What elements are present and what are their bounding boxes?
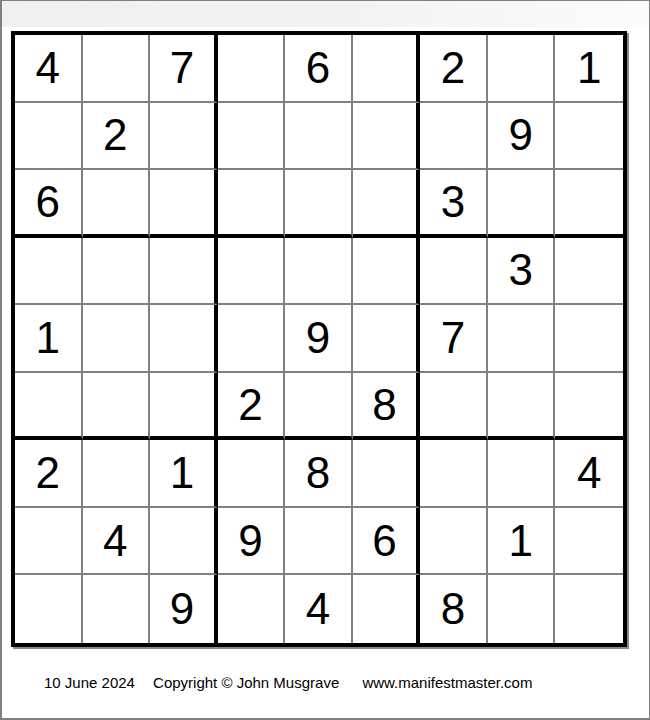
footer-date: 10 June 2024 [44,674,135,691]
cell-r8c3 [150,508,218,576]
cell-r7c1: 2 [15,440,83,508]
cell-r4c5 [285,238,353,306]
cell-r7c8 [488,440,556,508]
cell-r3c3 [150,170,218,238]
cell-r2c7 [420,103,488,171]
cell-r1c1: 4 [15,35,83,103]
cell-r2c6 [353,103,421,171]
cell-r3c7: 3 [420,170,488,238]
cell-r9c7: 8 [420,575,488,643]
cell-r6c2 [83,373,151,441]
cell-r5c4 [218,305,286,373]
cell-r3c4 [218,170,286,238]
cell-r5c2 [83,305,151,373]
cell-r5c5: 9 [285,305,353,373]
sudoku-board: 47621296331972821844961948 [11,31,627,647]
cell-r8c9 [555,508,623,576]
cell-r1c9: 1 [555,35,623,103]
cell-r6c4: 2 [218,373,286,441]
cell-r7c2 [83,440,151,508]
cell-r4c2 [83,238,151,306]
cell-r7c5: 8 [285,440,353,508]
cell-r4c9 [555,238,623,306]
cell-r5c8 [488,305,556,373]
puzzle-page: 47621296331972821844961948 10 June 2024 … [0,0,650,720]
cell-r9c1 [15,575,83,643]
cell-r2c3 [150,103,218,171]
cell-r4c7 [420,238,488,306]
cell-r7c9: 4 [555,440,623,508]
cell-r3c2 [83,170,151,238]
cell-r8c4: 9 [218,508,286,576]
cell-r9c4 [218,575,286,643]
cell-r5c7: 7 [420,305,488,373]
cell-r4c4 [218,238,286,306]
cell-r3c6 [353,170,421,238]
cell-r8c7 [420,508,488,576]
cell-r6c5 [285,373,353,441]
cell-r1c2 [83,35,151,103]
cell-r3c9 [555,170,623,238]
cell-r9c8 [488,575,556,643]
cell-r9c5: 4 [285,575,353,643]
cell-r8c1 [15,508,83,576]
cell-r4c8: 3 [488,238,556,306]
cell-r6c1 [15,373,83,441]
cell-r1c6 [353,35,421,103]
cell-r8c2: 4 [83,508,151,576]
cell-r2c8: 9 [488,103,556,171]
cell-r9c6 [353,575,421,643]
cell-r7c4 [218,440,286,508]
cell-r5c9 [555,305,623,373]
cell-r6c6: 8 [353,373,421,441]
header-band [2,1,649,27]
cell-r1c4 [218,35,286,103]
cell-r3c5 [285,170,353,238]
cell-r2c2: 2 [83,103,151,171]
footer: 10 June 2024 Copyright © John Musgrave w… [44,674,532,691]
cell-r6c8 [488,373,556,441]
footer-copyright: Copyright © John Musgrave [153,674,339,691]
cell-r7c7 [420,440,488,508]
cell-r9c9 [555,575,623,643]
cell-r2c5 [285,103,353,171]
cell-r5c6 [353,305,421,373]
cell-r1c8 [488,35,556,103]
cell-r2c1 [15,103,83,171]
cell-r2c4 [218,103,286,171]
cell-r9c2 [83,575,151,643]
cell-r2c9 [555,103,623,171]
cell-r6c7 [420,373,488,441]
cell-r8c5 [285,508,353,576]
cell-r1c3: 7 [150,35,218,103]
cell-r6c3 [150,373,218,441]
cell-r6c9 [555,373,623,441]
cell-r1c7: 2 [420,35,488,103]
cell-r8c8: 1 [488,508,556,576]
cell-r4c1 [15,238,83,306]
cell-r5c3 [150,305,218,373]
cell-r9c3: 9 [150,575,218,643]
cell-r7c3: 1 [150,440,218,508]
cell-r1c5: 6 [285,35,353,103]
cell-r4c6 [353,238,421,306]
cell-r7c6 [353,440,421,508]
cell-r3c8 [488,170,556,238]
cell-r4c3 [150,238,218,306]
footer-website: www.manifestmaster.com [362,674,532,691]
cell-r3c1: 6 [15,170,83,238]
cell-r5c1: 1 [15,305,83,373]
cell-r8c6: 6 [353,508,421,576]
